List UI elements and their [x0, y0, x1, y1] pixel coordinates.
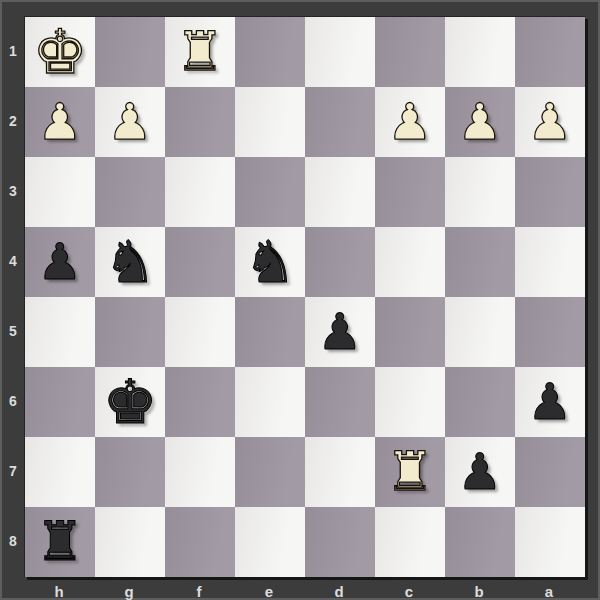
square-c4[interactable] — [375, 227, 445, 297]
square-f7[interactable] — [165, 437, 235, 507]
piece-white-pawn-b2[interactable]: ♟ — [445, 87, 515, 157]
rank-label-5: 5 — [2, 296, 24, 366]
square-d6[interactable] — [305, 367, 375, 437]
square-e7[interactable] — [235, 437, 305, 507]
square-d2[interactable] — [305, 87, 375, 157]
square-g2[interactable]: ♟ — [95, 87, 165, 157]
square-d7[interactable] — [305, 437, 375, 507]
square-g5[interactable] — [95, 297, 165, 367]
square-h1[interactable]: ♚ — [25, 17, 95, 87]
file-label-b: b — [444, 580, 514, 600]
square-a4[interactable] — [515, 227, 585, 297]
square-a5[interactable] — [515, 297, 585, 367]
square-b2[interactable]: ♟ — [445, 87, 515, 157]
square-c1[interactable] — [375, 17, 445, 87]
square-a8[interactable] — [515, 507, 585, 577]
square-d1[interactable] — [305, 17, 375, 87]
square-a6[interactable]: ♟ — [515, 367, 585, 437]
square-f4[interactable] — [165, 227, 235, 297]
rank-labels: 12345678 — [2, 16, 24, 576]
chessboard-frame: 12345678 hgfedcba ♚♜♟♟♟♟♟♟♞♞♟♚♟♜♟♜ — [0, 0, 600, 600]
square-h5[interactable] — [25, 297, 95, 367]
file-label-h: h — [24, 580, 94, 600]
square-f1[interactable]: ♜ — [165, 17, 235, 87]
rank-label-4: 4 — [2, 226, 24, 296]
square-e3[interactable] — [235, 157, 305, 227]
square-f8[interactable] — [165, 507, 235, 577]
square-e4[interactable]: ♞ — [235, 227, 305, 297]
file-label-a: a — [514, 580, 584, 600]
square-g8[interactable] — [95, 507, 165, 577]
piece-white-pawn-g2[interactable]: ♟ — [95, 87, 165, 157]
square-d5[interactable]: ♟ — [305, 297, 375, 367]
square-g6[interactable]: ♚ — [95, 367, 165, 437]
square-b5[interactable] — [445, 297, 515, 367]
square-e8[interactable] — [235, 507, 305, 577]
piece-black-pawn-d5[interactable]: ♟ — [305, 297, 375, 367]
square-g3[interactable] — [95, 157, 165, 227]
file-label-g: g — [94, 580, 164, 600]
piece-black-rook-h8[interactable]: ♜ — [25, 507, 95, 577]
piece-black-knight-e4[interactable]: ♞ — [235, 227, 305, 297]
square-e6[interactable] — [235, 367, 305, 437]
square-a2[interactable]: ♟ — [515, 87, 585, 157]
square-a7[interactable] — [515, 437, 585, 507]
chess-board: ♚♜♟♟♟♟♟♟♞♞♟♚♟♜♟♜ — [24, 16, 585, 577]
square-f3[interactable] — [165, 157, 235, 227]
square-a1[interactable] — [515, 17, 585, 87]
piece-white-pawn-a2[interactable]: ♟ — [515, 87, 585, 157]
square-a3[interactable] — [515, 157, 585, 227]
piece-black-king-g6[interactable]: ♚ — [95, 367, 165, 437]
square-g4[interactable]: ♞ — [95, 227, 165, 297]
square-b1[interactable] — [445, 17, 515, 87]
square-f2[interactable] — [165, 87, 235, 157]
piece-black-knight-g4[interactable]: ♞ — [95, 227, 165, 297]
square-c3[interactable] — [375, 157, 445, 227]
piece-black-pawn-a6[interactable]: ♟ — [515, 367, 585, 437]
square-e2[interactable] — [235, 87, 305, 157]
square-h2[interactable]: ♟ — [25, 87, 95, 157]
square-h8[interactable]: ♜ — [25, 507, 95, 577]
square-b4[interactable] — [445, 227, 515, 297]
file-label-c: c — [374, 580, 444, 600]
rank-label-7: 7 — [2, 436, 24, 506]
file-label-f: f — [164, 580, 234, 600]
rank-label-1: 1 — [2, 16, 24, 86]
square-e5[interactable] — [235, 297, 305, 367]
square-b8[interactable] — [445, 507, 515, 577]
square-c2[interactable]: ♟ — [375, 87, 445, 157]
piece-white-king-h1[interactable]: ♚ — [25, 17, 95, 87]
square-b3[interactable] — [445, 157, 515, 227]
piece-white-rook-f1[interactable]: ♜ — [165, 17, 235, 87]
square-d3[interactable] — [305, 157, 375, 227]
square-c6[interactable] — [375, 367, 445, 437]
square-g7[interactable] — [95, 437, 165, 507]
square-c5[interactable] — [375, 297, 445, 367]
file-label-e: e — [234, 580, 304, 600]
file-label-d: d — [304, 580, 374, 600]
square-d4[interactable] — [305, 227, 375, 297]
piece-white-pawn-h2[interactable]: ♟ — [25, 87, 95, 157]
square-h7[interactable] — [25, 437, 95, 507]
piece-black-pawn-h4[interactable]: ♟ — [25, 227, 95, 297]
rank-label-6: 6 — [2, 366, 24, 436]
square-h6[interactable] — [25, 367, 95, 437]
square-h4[interactable]: ♟ — [25, 227, 95, 297]
square-d8[interactable] — [305, 507, 375, 577]
piece-black-pawn-b7[interactable]: ♟ — [445, 437, 515, 507]
piece-white-pawn-c2[interactable]: ♟ — [375, 87, 445, 157]
square-c7[interactable]: ♜ — [375, 437, 445, 507]
rank-label-3: 3 — [2, 156, 24, 226]
file-labels: hgfedcba — [24, 580, 584, 600]
square-g1[interactable] — [95, 17, 165, 87]
rank-label-2: 2 — [2, 86, 24, 156]
square-e1[interactable] — [235, 17, 305, 87]
rank-label-8: 8 — [2, 506, 24, 576]
piece-white-rook-c7[interactable]: ♜ — [375, 437, 445, 507]
square-h3[interactable] — [25, 157, 95, 227]
square-b6[interactable] — [445, 367, 515, 437]
square-f6[interactable] — [165, 367, 235, 437]
square-b7[interactable]: ♟ — [445, 437, 515, 507]
square-f5[interactable] — [165, 297, 235, 367]
square-c8[interactable] — [375, 507, 445, 577]
